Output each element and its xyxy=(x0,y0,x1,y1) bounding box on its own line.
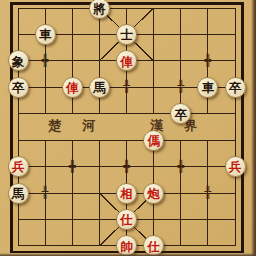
black-chariot[interactable]: 車 xyxy=(35,24,56,45)
red-chariot-glyph: 俥 xyxy=(120,55,133,68)
black-general[interactable]: 將 xyxy=(89,0,110,19)
point-marker: ╬ xyxy=(177,81,184,92)
point-marker: ╬ xyxy=(177,161,184,172)
black-horse[interactable]: 馬 xyxy=(8,183,29,204)
red-cannon-glyph: 炮 xyxy=(147,187,160,200)
black-advisor[interactable]: 士 xyxy=(116,24,137,45)
point-marker: ╬ xyxy=(123,81,130,92)
point-marker: ╬ xyxy=(42,187,49,198)
board-edge-shadow-right xyxy=(251,0,256,256)
black-horse[interactable]: 馬 xyxy=(89,77,110,98)
black-horse-glyph: 馬 xyxy=(12,187,25,200)
black-elephant[interactable]: 象 xyxy=(8,50,29,71)
red-horse-glyph: 傌 xyxy=(147,134,160,147)
black-general-glyph: 將 xyxy=(93,2,106,15)
black-advisor-glyph: 士 xyxy=(120,29,133,42)
black-soldier-glyph: 卒 xyxy=(229,82,242,95)
red-horse[interactable]: 傌 xyxy=(143,130,164,151)
red-advisor-glyph: 仕 xyxy=(147,240,160,253)
red-elephant-glyph: 相 xyxy=(120,187,133,200)
point-marker: ╬ xyxy=(205,55,212,66)
black-soldier-glyph: 卒 xyxy=(12,82,25,95)
black-soldier-glyph: 卒 xyxy=(175,108,188,121)
black-chariot-glyph: 車 xyxy=(202,82,215,95)
red-soldier-glyph: 兵 xyxy=(12,161,25,174)
red-advisor-glyph: 仕 xyxy=(120,214,133,227)
point-marker: ╬ xyxy=(205,187,212,198)
red-chariot-glyph: 俥 xyxy=(66,82,79,95)
red-chariot[interactable]: 俥 xyxy=(62,77,83,98)
black-chariot-glyph: 車 xyxy=(39,29,52,42)
point-marker: ╬ xyxy=(123,161,130,172)
red-soldier-glyph: 兵 xyxy=(229,161,242,174)
black-soldier[interactable]: 卒 xyxy=(8,77,29,98)
red-elephant[interactable]: 相 xyxy=(116,183,137,204)
red-soldier[interactable]: 兵 xyxy=(8,156,29,177)
point-marker: ╬ xyxy=(69,161,76,172)
river-label-left: 楚 河 xyxy=(44,117,104,135)
red-advisor[interactable]: 仕 xyxy=(116,209,137,230)
black-horse-glyph: 馬 xyxy=(93,82,106,95)
red-soldier[interactable]: 兵 xyxy=(225,156,246,177)
black-elephant-glyph: 象 xyxy=(12,55,25,68)
xiangqi-game-screen: 楚 河 漢 界 ╬╬╬╬╬╬╬╬╬╬╬╬╬╬ 將車士象俥卒俥馬車卒卒傌兵兵馬相炮… xyxy=(0,0,256,256)
red-cannon[interactable]: 炮 xyxy=(143,183,164,204)
point-marker: ╬ xyxy=(42,55,49,66)
red-general-glyph: 帥 xyxy=(120,240,133,253)
black-soldier[interactable]: 卒 xyxy=(225,77,246,98)
